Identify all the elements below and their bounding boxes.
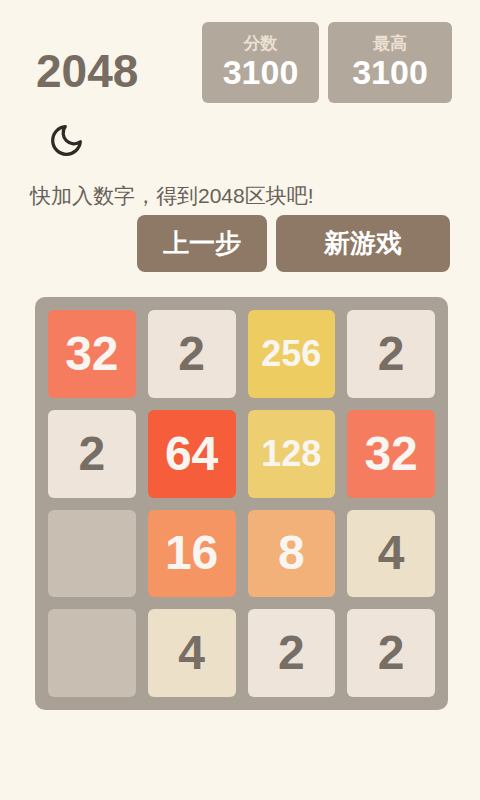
tile-2: 2 bbox=[48, 410, 136, 498]
app-title: 2048 bbox=[36, 44, 138, 98]
instruction-text: 快加入数字，得到2048区块吧! bbox=[30, 182, 314, 210]
best-score-value: 3100 bbox=[352, 54, 428, 91]
tile-2: 2 bbox=[347, 310, 435, 398]
tile-256: 256 bbox=[248, 310, 336, 398]
new-game-button[interactable]: 新游戏 bbox=[276, 215, 450, 272]
moon-icon bbox=[48, 122, 85, 159]
tile-4: 4 bbox=[347, 510, 435, 598]
best-score-box: 最高 3100 bbox=[328, 22, 452, 103]
empty-cell bbox=[48, 510, 136, 598]
tile-2: 2 bbox=[347, 609, 435, 697]
undo-button[interactable]: 上一步 bbox=[137, 215, 267, 272]
tile-64: 64 bbox=[148, 410, 236, 498]
tile-128: 128 bbox=[248, 410, 336, 498]
theme-toggle-button[interactable] bbox=[44, 118, 88, 162]
score-label: 分数 bbox=[244, 34, 278, 54]
tile-8: 8 bbox=[248, 510, 336, 598]
empty-cell bbox=[48, 609, 136, 697]
tile-32: 32 bbox=[347, 410, 435, 498]
tile-2: 2 bbox=[148, 310, 236, 398]
game-board[interactable]: 3222562264128321684422 bbox=[35, 297, 448, 710]
tile-16: 16 bbox=[148, 510, 236, 598]
score-box: 分数 3100 bbox=[202, 22, 319, 103]
best-score-label: 最高 bbox=[373, 34, 407, 54]
app-screen: 2048 分数 3100 最高 3100 快加入数字，得到2048区块吧! 上一… bbox=[0, 0, 480, 800]
score-value: 3100 bbox=[223, 54, 299, 91]
tile-2: 2 bbox=[248, 609, 336, 697]
tile-4: 4 bbox=[148, 609, 236, 697]
tile-32: 32 bbox=[48, 310, 136, 398]
